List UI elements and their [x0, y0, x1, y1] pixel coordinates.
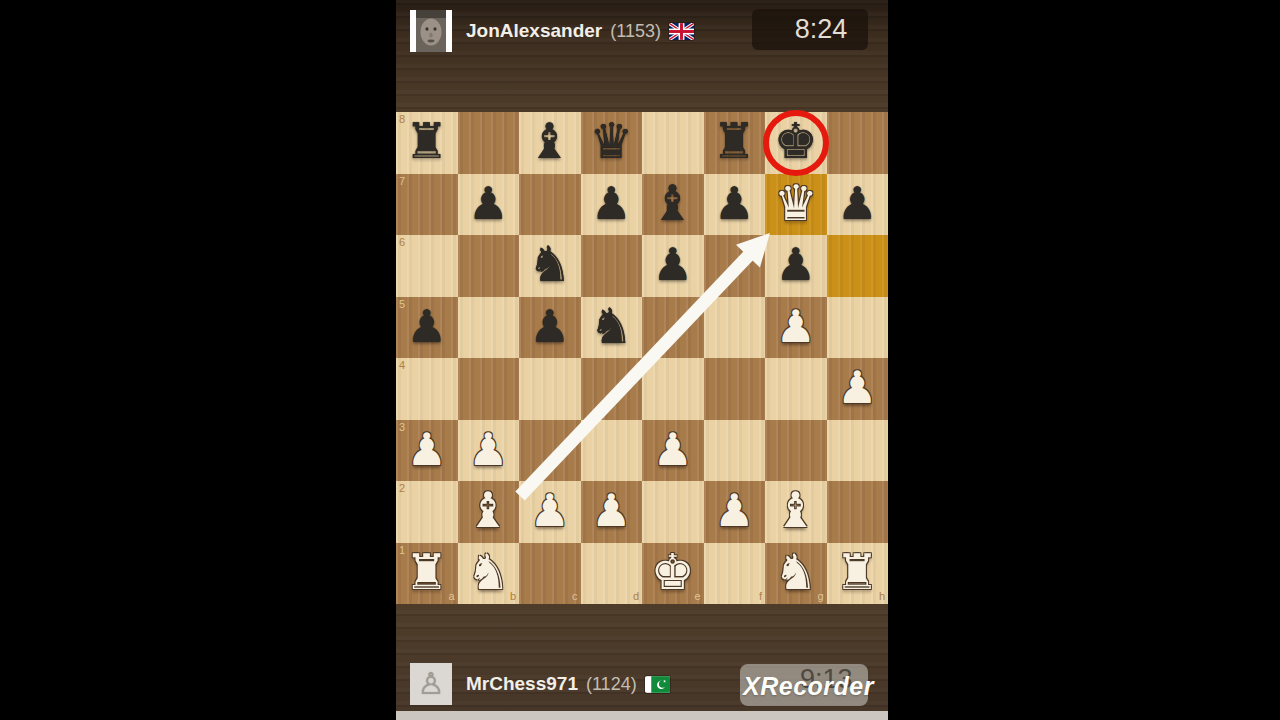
rank-label: 6 [399, 237, 405, 248]
square-c8[interactable]: ♝ [519, 112, 581, 174]
square-d3[interactable] [581, 420, 643, 482]
file-label: a [448, 591, 454, 602]
screen: JonAlexsander (1153) 8:24 8♜♝♛♜♚7♟♟♝♟♛♟6… [0, 0, 1280, 720]
piece-white-bishop: ♝ [458, 481, 520, 541]
square-g1[interactable]: g♞ [765, 543, 827, 605]
piece-white-pawn: ♟ [827, 358, 889, 418]
rank-label: 2 [399, 483, 405, 494]
piece-black-bishop: ♝ [642, 174, 704, 234]
square-b2[interactable]: ♝ [458, 481, 520, 543]
square-b6[interactable] [458, 235, 520, 297]
square-c1[interactable]: c [519, 543, 581, 605]
square-e4[interactable] [642, 358, 704, 420]
square-g4[interactable] [765, 358, 827, 420]
square-a2[interactable]: 2 [396, 481, 458, 543]
square-d5[interactable]: ♞ [581, 297, 643, 359]
square-e8[interactable] [642, 112, 704, 174]
square-c2[interactable]: ♟ [519, 481, 581, 543]
square-b3[interactable]: ♟ [458, 420, 520, 482]
piece-white-pawn: ♟ [642, 420, 704, 480]
pakistan-flag-icon [645, 676, 670, 693]
square-d2[interactable]: ♟ [581, 481, 643, 543]
rank-label: 4 [399, 360, 405, 371]
piece-black-bishop: ♝ [519, 112, 581, 172]
square-e2[interactable] [642, 481, 704, 543]
square-b7[interactable]: ♟ [458, 174, 520, 236]
square-e3[interactable]: ♟ [642, 420, 704, 482]
square-h5[interactable] [827, 297, 889, 359]
piece-black-pawn: ♟ [581, 174, 643, 234]
piece-black-pawn: ♟ [642, 235, 704, 295]
piece-black-pawn: ♟ [519, 297, 581, 357]
square-c7[interactable] [519, 174, 581, 236]
square-f6[interactable] [704, 235, 766, 297]
square-a1[interactable]: 1a♜ [396, 543, 458, 605]
file-label: f [759, 591, 762, 602]
square-f8[interactable]: ♜ [704, 112, 766, 174]
rank-label: 7 [399, 176, 405, 187]
face-photo [410, 10, 452, 52]
square-g3[interactable] [765, 420, 827, 482]
pawn-avatar-icon: ♙ [418, 663, 445, 705]
square-h8[interactable] [827, 112, 889, 174]
square-h3[interactable] [827, 420, 889, 482]
piece-white-pawn: ♟ [458, 420, 520, 480]
uk-flag-icon [669, 23, 694, 40]
square-a3[interactable]: 3♟ [396, 420, 458, 482]
file-label: e [694, 591, 700, 602]
square-a6[interactable]: 6 [396, 235, 458, 297]
piece-black-pawn: ♟ [396, 297, 458, 357]
player-rating-top: (1153) [610, 21, 661, 42]
file-label: g [817, 591, 823, 602]
square-d1[interactable]: d [581, 543, 643, 605]
piece-black-king: ♚ [765, 112, 827, 172]
avatar-bottom-player[interactable]: ♙ [410, 663, 452, 705]
piece-black-rook: ♜ [396, 112, 458, 172]
player-bar-top[interactable]: JonAlexsander (1153) [466, 10, 694, 52]
square-a4[interactable]: 4 [396, 358, 458, 420]
square-f5[interactable] [704, 297, 766, 359]
piece-white-pawn: ♟ [519, 481, 581, 541]
piece-white-pawn: ♟ [581, 481, 643, 541]
xrecorder-watermark-text: XRecorder [743, 672, 888, 701]
square-f4[interactable] [704, 358, 766, 420]
square-a5[interactable]: 5♟ [396, 297, 458, 359]
square-g7[interactable]: ♛ [765, 174, 827, 236]
square-g6[interactable]: ♟ [765, 235, 827, 297]
square-e7[interactable]: ♝ [642, 174, 704, 236]
square-f7[interactable]: ♟ [704, 174, 766, 236]
square-g2[interactable]: ♝ [765, 481, 827, 543]
square-b1[interactable]: b♞ [458, 543, 520, 605]
rank-label: 1 [399, 545, 405, 556]
square-d8[interactable]: ♛ [581, 112, 643, 174]
chess-app-video-area: JonAlexsander (1153) 8:24 8♜♝♛♜♚7♟♟♝♟♛♟6… [396, 0, 888, 720]
square-b5[interactable] [458, 297, 520, 359]
square-h7[interactable]: ♟ [827, 174, 889, 236]
clock-top-value: 8:24 [795, 14, 848, 45]
square-a7[interactable]: 7 [396, 174, 458, 236]
piece-white-queen: ♛ [765, 174, 827, 234]
piece-black-pawn: ♟ [458, 174, 520, 234]
rank-label: 5 [399, 299, 405, 310]
piece-black-knight: ♞ [519, 235, 581, 295]
square-h1[interactable]: h♜ [827, 543, 889, 605]
square-a8[interactable]: 8♜ [396, 112, 458, 174]
square-b8[interactable] [458, 112, 520, 174]
piece-white-pawn: ♟ [396, 420, 458, 480]
piece-white-bishop: ♝ [765, 481, 827, 541]
clock-top: 8:24 [752, 9, 868, 50]
file-label: h [879, 591, 885, 602]
square-g5[interactable]: ♟ [765, 297, 827, 359]
square-f2[interactable]: ♟ [704, 481, 766, 543]
file-label: b [510, 591, 516, 602]
square-d4[interactable] [581, 358, 643, 420]
square-b4[interactable] [458, 358, 520, 420]
piece-black-queen: ♛ [581, 112, 643, 172]
square-c6[interactable]: ♞ [519, 235, 581, 297]
piece-white-pawn: ♟ [704, 481, 766, 541]
player-rating-bottom: (1124) [586, 674, 637, 695]
player-bar-bottom[interactable]: MrChess971 (1124) [466, 663, 670, 705]
square-d7[interactable]: ♟ [581, 174, 643, 236]
left-letterbox [0, 0, 396, 720]
square-c3[interactable] [519, 420, 581, 482]
chess-board: 8♜♝♛♜♚7♟♟♝♟♛♟6♞♟♟5♟♟♞♟4♟3♟♟♟2♝♟♟♟♝1a♜b♞c… [396, 112, 888, 604]
rank-label: 3 [399, 422, 405, 433]
file-label: d [633, 591, 639, 602]
square-c4[interactable] [519, 358, 581, 420]
square-f3[interactable] [704, 420, 766, 482]
bottom-strip [396, 711, 888, 720]
square-d6[interactable] [581, 235, 643, 297]
right-letterbox [888, 0, 1280, 720]
square-e5[interactable] [642, 297, 704, 359]
piece-black-pawn: ♟ [827, 174, 889, 234]
square-f1[interactable]: f [704, 543, 766, 605]
avatar-top-player[interactable] [410, 10, 452, 52]
square-h2[interactable] [827, 481, 889, 543]
piece-black-rook: ♜ [704, 112, 766, 172]
square-e6[interactable]: ♟ [642, 235, 704, 297]
piece-white-pawn: ♟ [765, 297, 827, 357]
square-g8[interactable]: ♚ [765, 112, 827, 174]
square-h6[interactable] [827, 235, 889, 297]
rank-label: 8 [399, 114, 405, 125]
player-name-top: JonAlexsander [466, 20, 602, 42]
player-name-bottom: MrChess971 [466, 673, 578, 695]
piece-black-pawn: ♟ [704, 174, 766, 234]
square-e1[interactable]: e♚ [642, 543, 704, 605]
square-h4[interactable]: ♟ [827, 358, 889, 420]
square-c5[interactable]: ♟ [519, 297, 581, 359]
piece-black-pawn: ♟ [765, 235, 827, 295]
piece-black-knight: ♞ [581, 297, 643, 357]
file-label: c [572, 591, 578, 602]
